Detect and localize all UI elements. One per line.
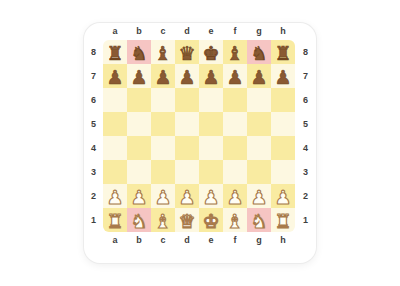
square-g6[interactable]	[247, 88, 271, 112]
square-g2[interactable]: ♟	[247, 184, 271, 208]
chess-board-card: abcdefgh 87654321 ♜♞♝♛♚♝♞♜♟♟♟♟♟♟♟♟♟♟♟♟♟♟…	[84, 23, 316, 263]
square-a1[interactable]: ♜	[103, 208, 127, 232]
square-g8[interactable]: ♞	[247, 40, 271, 64]
piece-white-rook[interactable]: ♜	[274, 209, 291, 233]
piece-black-pawn[interactable]: ♟	[178, 65, 195, 89]
piece-black-rook[interactable]: ♜	[106, 41, 123, 65]
file-label-top-f: f	[223, 27, 247, 36]
square-e6[interactable]	[199, 88, 223, 112]
square-b1[interactable]: ♞	[127, 208, 151, 232]
square-d4[interactable]	[175, 136, 199, 160]
file-label-bottom-f: f	[223, 236, 247, 245]
piece-black-bishop[interactable]: ♝	[154, 41, 171, 65]
square-a3[interactable]	[103, 160, 127, 184]
square-b2[interactable]: ♟	[127, 184, 151, 208]
square-e5[interactable]	[199, 112, 223, 136]
square-g5[interactable]	[247, 112, 271, 136]
rank-label-right-5: 5	[295, 120, 316, 129]
piece-black-pawn[interactable]: ♟	[202, 65, 219, 89]
piece-white-pawn[interactable]: ♟	[202, 185, 219, 209]
chess-board: ♜♞♝♛♚♝♞♜♟♟♟♟♟♟♟♟♟♟♟♟♟♟♟♟♜♞♝♛♚♝♞♜	[103, 40, 295, 232]
piece-black-knight[interactable]: ♞	[250, 41, 267, 65]
square-a2[interactable]: ♟	[103, 184, 127, 208]
piece-white-pawn[interactable]: ♟	[154, 185, 171, 209]
piece-white-bishop[interactable]: ♝	[154, 209, 171, 233]
square-f3[interactable]	[223, 160, 247, 184]
square-g7[interactable]: ♟	[247, 64, 271, 88]
piece-white-queen[interactable]: ♛	[178, 209, 195, 233]
square-d6[interactable]	[175, 88, 199, 112]
rank-label-left-5: 5	[84, 120, 103, 129]
square-a8[interactable]: ♜	[103, 40, 127, 64]
square-h5[interactable]	[271, 112, 295, 136]
file-label-bottom-e: e	[199, 236, 223, 245]
square-f1[interactable]: ♝	[223, 208, 247, 232]
square-h1[interactable]: ♜	[271, 208, 295, 232]
file-label-bottom-c: c	[151, 236, 175, 245]
rank-label-left-4: 4	[84, 144, 103, 153]
square-g4[interactable]	[247, 136, 271, 160]
square-e8[interactable]: ♚	[199, 40, 223, 64]
square-h6[interactable]	[271, 88, 295, 112]
square-h8[interactable]: ♜	[271, 40, 295, 64]
square-c4[interactable]	[151, 136, 175, 160]
rank-label-left-7: 7	[84, 72, 103, 81]
piece-white-knight[interactable]: ♞	[250, 209, 267, 233]
file-labels-bottom: abcdefgh	[103, 232, 295, 263]
square-a4[interactable]	[103, 136, 127, 160]
piece-black-pawn[interactable]: ♟	[226, 65, 243, 89]
square-c7[interactable]: ♟	[151, 64, 175, 88]
file-label-bottom-b: b	[127, 236, 151, 245]
piece-black-king[interactable]: ♚	[202, 41, 219, 65]
square-g3[interactable]	[247, 160, 271, 184]
square-d8[interactable]: ♛	[175, 40, 199, 64]
piece-white-pawn[interactable]: ♟	[178, 185, 195, 209]
square-b6[interactable]	[127, 88, 151, 112]
piece-black-knight[interactable]: ♞	[130, 41, 147, 65]
rank-label-left-3: 3	[84, 168, 103, 177]
rank-label-right-7: 7	[295, 72, 316, 81]
square-e2[interactable]: ♟	[199, 184, 223, 208]
piece-white-bishop[interactable]: ♝	[226, 209, 243, 233]
piece-white-pawn[interactable]: ♟	[274, 185, 291, 209]
file-label-top-a: a	[103, 27, 127, 36]
piece-black-rook[interactable]: ♜	[274, 41, 291, 65]
square-c8[interactable]: ♝	[151, 40, 175, 64]
rank-label-right-3: 3	[295, 168, 316, 177]
piece-white-pawn[interactable]: ♟	[130, 185, 147, 209]
square-c6[interactable]	[151, 88, 175, 112]
piece-black-pawn[interactable]: ♟	[130, 65, 147, 89]
file-label-top-d: d	[175, 27, 199, 36]
square-h2[interactable]: ♟	[271, 184, 295, 208]
file-label-bottom-h: h	[271, 236, 295, 245]
square-c3[interactable]	[151, 160, 175, 184]
rank-label-left-1: 1	[84, 216, 103, 225]
piece-black-pawn[interactable]: ♟	[154, 65, 171, 89]
square-e7[interactable]: ♟	[199, 64, 223, 88]
square-b3[interactable]	[127, 160, 151, 184]
file-label-top-g: g	[247, 27, 271, 36]
piece-white-pawn[interactable]: ♟	[250, 185, 267, 209]
piece-white-pawn[interactable]: ♟	[226, 185, 243, 209]
square-b4[interactable]	[127, 136, 151, 160]
file-labels-top: abcdefgh	[103, 23, 295, 40]
rank-label-left-6: 6	[84, 96, 103, 105]
file-label-bottom-g: g	[247, 236, 271, 245]
square-f4[interactable]	[223, 136, 247, 160]
square-d7[interactable]: ♟	[175, 64, 199, 88]
square-d1[interactable]: ♛	[175, 208, 199, 232]
square-c1[interactable]: ♝	[151, 208, 175, 232]
square-a6[interactable]	[103, 88, 127, 112]
square-e1[interactable]: ♚	[199, 208, 223, 232]
square-h3[interactable]	[271, 160, 295, 184]
file-label-top-e: e	[199, 27, 223, 36]
square-d3[interactable]	[175, 160, 199, 184]
square-d5[interactable]	[175, 112, 199, 136]
rank-label-right-2: 2	[295, 192, 316, 201]
piece-black-pawn[interactable]: ♟	[274, 65, 291, 89]
rank-label-left-2: 2	[84, 192, 103, 201]
rank-labels-right: 87654321	[295, 40, 316, 232]
square-f7[interactable]: ♟	[223, 64, 247, 88]
rank-label-right-8: 8	[295, 48, 316, 57]
square-a7[interactable]: ♟	[103, 64, 127, 88]
piece-white-rook[interactable]: ♜	[106, 209, 123, 233]
square-f8[interactable]: ♝	[223, 40, 247, 64]
square-b7[interactable]: ♟	[127, 64, 151, 88]
square-g1[interactable]: ♞	[247, 208, 271, 232]
rank-labels-left: 87654321	[84, 40, 103, 232]
square-e4[interactable]	[199, 136, 223, 160]
piece-black-queen[interactable]: ♛	[178, 41, 195, 65]
rank-label-right-6: 6	[295, 96, 316, 105]
rank-label-right-4: 4	[295, 144, 316, 153]
piece-black-pawn[interactable]: ♟	[106, 65, 123, 89]
square-b8[interactable]: ♞	[127, 40, 151, 64]
file-label-bottom-d: d	[175, 236, 199, 245]
square-c2[interactable]: ♟	[151, 184, 175, 208]
rank-label-right-1: 1	[295, 216, 316, 225]
square-b5[interactable]	[127, 112, 151, 136]
rank-label-left-8: 8	[84, 48, 103, 57]
file-label-top-c: c	[151, 27, 175, 36]
square-f6[interactable]	[223, 88, 247, 112]
square-f5[interactable]	[223, 112, 247, 136]
piece-white-knight[interactable]: ♞	[130, 209, 147, 233]
file-label-top-b: b	[127, 27, 151, 36]
square-c5[interactable]	[151, 112, 175, 136]
square-f2[interactable]: ♟	[223, 184, 247, 208]
square-a5[interactable]	[103, 112, 127, 136]
square-d2[interactable]: ♟	[175, 184, 199, 208]
square-h4[interactable]	[271, 136, 295, 160]
square-e3[interactable]	[199, 160, 223, 184]
piece-black-bishop[interactable]: ♝	[226, 41, 243, 65]
piece-black-pawn[interactable]: ♟	[250, 65, 267, 89]
piece-white-king[interactable]: ♚	[202, 209, 219, 233]
file-label-top-h: h	[271, 27, 295, 36]
file-label-bottom-a: a	[103, 236, 127, 245]
piece-white-pawn[interactable]: ♟	[106, 185, 123, 209]
square-h7[interactable]: ♟	[271, 64, 295, 88]
